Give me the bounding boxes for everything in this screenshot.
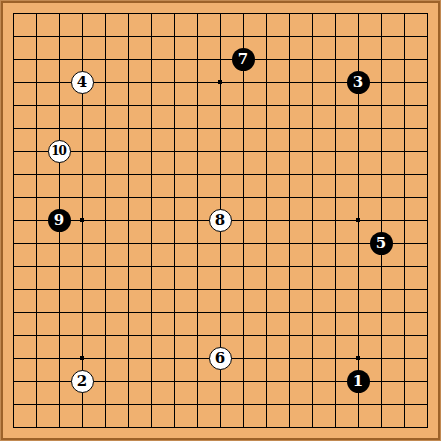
stone-move-5-black-R9: 5 [370, 232, 393, 255]
star-point [71, 347, 94, 370]
stone-move-1-black-Q3: 1 [347, 370, 370, 393]
board-intersection-C13: 10 [48, 140, 71, 163]
stone-move-10-white-C13: 10 [48, 140, 71, 163]
board-intersection-K10: 8 [209, 209, 232, 232]
stone-move-3-black-Q16: 3 [347, 71, 370, 94]
stone-move-2-white-D3: 2 [71, 370, 94, 393]
board-grid: 12345678910 [2, 2, 439, 439]
board-intersection-Q3: 1 [347, 370, 370, 393]
go-board: 12345678910 [0, 0, 441, 441]
star-point-dot [356, 218, 360, 222]
star-point [71, 209, 94, 232]
star-point-dot [356, 356, 360, 360]
board-intersection-D16: 4 [71, 71, 94, 94]
board-intersection-D3: 2 [71, 370, 94, 393]
star-point-dot [218, 80, 222, 84]
board-intersection-C10: 9 [48, 209, 71, 232]
stone-move-8-white-K10: 8 [209, 209, 232, 232]
star-point [347, 347, 370, 370]
star-point [209, 71, 232, 94]
board-intersection-L17: 7 [232, 48, 255, 71]
board-intersection-Q16: 3 [347, 71, 370, 94]
star-point [347, 209, 370, 232]
stone-move-7-black-L17: 7 [232, 48, 255, 71]
star-point-dot [80, 356, 84, 360]
stone-move-6-white-K4: 6 [209, 347, 232, 370]
star-point-dot [80, 218, 84, 222]
stone-move-9-black-C10: 9 [48, 209, 71, 232]
stone-move-4-white-D16: 4 [71, 71, 94, 94]
board-frame: 12345678910 [1, 1, 440, 440]
board-intersection-K4: 6 [209, 347, 232, 370]
board-intersection-R9: 5 [370, 232, 393, 255]
